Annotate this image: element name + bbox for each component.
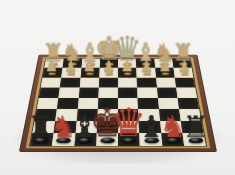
- photo-background: ♜♞♝♚♛♝♞♜♟♟♟♟♟♟♟♟♜♞♝♚♛♝♞♜ Decorative carv…: [0, 0, 235, 175]
- black-r-glyph: ♜: [176, 113, 215, 142]
- chess-board-frame: ♜♞♝♚♛♝♞♜♟♟♟♟♟♟♟♟♜♞♝♚♛♝♞♜: [19, 55, 217, 152]
- board-inner-border: ♜♞♝♚♛♝♞♜♟♟♟♟♟♟♟♟♜♞♝♚♛♝♞♜: [26, 57, 211, 148]
- board-playing-area: ♜♞♝♚♛♝♞♜♟♟♟♟♟♟♟♟♜♞♝♚♛♝♞♜: [29, 58, 207, 146]
- pieces-layer: ♜♞♝♚♛♝♞♜♟♟♟♟♟♟♟♟♜♞♝♚♛♝♞♜: [29, 58, 207, 146]
- white-p-glyph: ♟: [167, 59, 201, 74]
